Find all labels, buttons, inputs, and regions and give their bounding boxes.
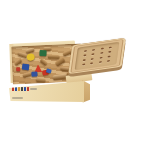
label-subtext-line [12, 97, 23, 99]
brand-letter-block [24, 87, 26, 91]
peg-board-grid [79, 45, 115, 68]
brand-letter-block [18, 87, 20, 91]
pegboard-recessed-field [75, 42, 120, 70]
wooden-peg-piece[interactable] [36, 78, 46, 83]
peg-hole [82, 64, 85, 66]
peg-hole [108, 55, 111, 57]
wooden-peg-piece[interactable] [52, 74, 67, 81]
peg-hole [92, 53, 95, 55]
board-cell[interactable] [104, 58, 113, 64]
cube-piece[interactable] [31, 71, 37, 76]
peg-hole [99, 57, 102, 59]
brand-label [12, 86, 37, 91]
peg-hole [91, 58, 94, 60]
brand-letter-block [27, 87, 29, 91]
brand-letter-block [12, 87, 14, 91]
peg-hole [108, 51, 111, 53]
wooden-peg-piece[interactable] [22, 72, 32, 78]
peg-hole [109, 46, 112, 48]
wooden-peg-piece[interactable] [14, 58, 23, 66]
peg-hole [92, 49, 95, 51]
cube-piece[interactable] [16, 67, 20, 71]
cube-piece[interactable] [22, 64, 30, 71]
disc-piece[interactable] [26, 53, 35, 62]
peg-hole [83, 54, 86, 56]
brand-letter-block [21, 87, 23, 91]
wooden-peg-piece[interactable] [48, 54, 60, 59]
brand-letter-block [15, 87, 17, 91]
product-photo-scene [0, 0, 150, 150]
peg-hole [90, 62, 93, 64]
peg-hole [84, 50, 87, 52]
wooden-peg-piece[interactable] [40, 58, 49, 66]
peg-hole [100, 52, 103, 54]
peg-hole [82, 59, 85, 61]
cube-piece[interactable] [39, 50, 46, 56]
peg-hole [99, 61, 102, 63]
peg-hole [107, 60, 110, 62]
peg-hole [101, 48, 104, 50]
label-fine-print [30, 88, 37, 90]
